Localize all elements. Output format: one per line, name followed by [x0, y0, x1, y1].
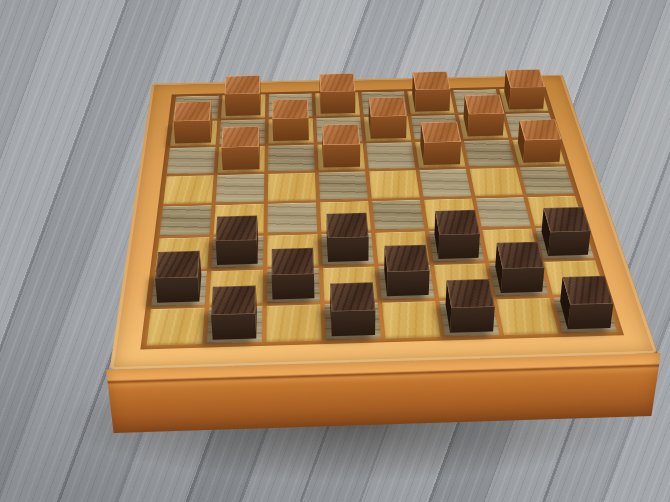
square-g8[interactable] — [453, 89, 501, 113]
cube-face-left — [412, 72, 415, 111]
square-g7[interactable] — [458, 114, 508, 139]
square-h3[interactable] — [536, 227, 595, 259]
square-d7[interactable] — [316, 117, 362, 142]
light-cube-piece[interactable] — [412, 93, 449, 112]
cube-face-front — [387, 271, 430, 296]
cube-face-top — [155, 251, 200, 278]
cube-face-top — [413, 71, 451, 90]
square-d6[interactable] — [317, 144, 365, 171]
dark-cube-piece[interactable] — [272, 272, 314, 300]
cube-face-right — [358, 124, 360, 167]
cube-face-left — [272, 100, 273, 141]
cube-face-right — [260, 76, 261, 116]
square-b6[interactable] — [218, 146, 265, 173]
cube-face-left — [369, 98, 371, 139]
cube-face-right — [308, 99, 309, 140]
square-h8[interactable] — [499, 88, 548, 112]
square-c8[interactable] — [269, 94, 313, 118]
square-f5[interactable] — [419, 169, 471, 197]
dark-cube-piece[interactable] — [560, 300, 610, 329]
cube-face-right — [210, 101, 213, 142]
cube-face-top — [544, 207, 591, 232]
cube-face-front — [568, 303, 614, 329]
square-g1[interactable] — [497, 298, 559, 335]
cube-face-top — [225, 76, 260, 95]
cube-face-left — [322, 125, 323, 168]
square-d8[interactable] — [315, 93, 360, 117]
dark-cube-piece[interactable] — [157, 275, 201, 303]
board-grid — [140, 86, 624, 350]
square-e2[interactable] — [379, 265, 435, 300]
cube-face-front — [225, 93, 261, 116]
cube-face-top — [435, 210, 480, 235]
cube-face-left — [518, 120, 525, 162]
square-h7[interactable] — [506, 113, 557, 138]
square-g4[interactable] — [476, 197, 531, 227]
light-cube-piece[interactable] — [320, 95, 355, 114]
cube-face-front — [221, 147, 259, 170]
cube-face-top — [319, 73, 355, 92]
cube-face-top — [563, 276, 614, 305]
square-b7[interactable] — [219, 120, 265, 145]
light-cube-piece[interactable] — [518, 142, 560, 163]
square-e5[interactable] — [369, 170, 420, 198]
cube-face-front — [415, 89, 450, 111]
dark-cube-piece[interactable] — [542, 230, 588, 255]
cube-face-top — [421, 122, 461, 143]
cube-face-front — [320, 91, 355, 114]
cube-face-top — [216, 216, 258, 242]
dark-cube-piece[interactable] — [495, 266, 542, 293]
light-cube-piece[interactable] — [273, 121, 309, 141]
cube-face-front — [523, 139, 561, 162]
cube-face-left — [464, 96, 469, 137]
square-a2[interactable] — [151, 271, 207, 306]
square-d5[interactable] — [319, 172, 368, 201]
light-cube-piece[interactable] — [504, 91, 543, 110]
dark-cube-piece[interactable] — [217, 239, 258, 265]
cube-face-top — [519, 119, 561, 140]
square-c6[interactable] — [268, 145, 315, 172]
square-g2[interactable] — [489, 262, 548, 296]
square-g6[interactable] — [464, 140, 515, 167]
square-e8[interactable] — [361, 91, 407, 115]
cube-face-left — [504, 70, 510, 109]
square-a4[interactable] — [160, 205, 212, 236]
cube-face-right — [354, 73, 356, 113]
dark-cube-piece[interactable] — [434, 233, 478, 259]
cube-face-front — [323, 144, 360, 167]
square-c1[interactable] — [267, 305, 322, 342]
square-b1[interactable] — [207, 306, 263, 344]
cube-face-top — [369, 97, 407, 117]
square-a6[interactable] — [167, 147, 216, 174]
square-f1[interactable] — [440, 300, 500, 337]
dark-cube-piece[interactable] — [213, 310, 257, 340]
cube-face-front — [509, 87, 545, 109]
cube-face-front — [438, 234, 480, 259]
cube-face-top — [497, 242, 545, 269]
square-d3[interactable] — [321, 233, 374, 266]
square-e1[interactable] — [382, 301, 440, 338]
cube-face-front — [450, 307, 495, 333]
cube-face-top — [173, 101, 211, 121]
square-a8[interactable] — [173, 96, 219, 120]
cube-face-right — [553, 119, 561, 161]
cube-face-right — [259, 126, 260, 169]
cube-face-front — [328, 237, 369, 262]
cube-face-right — [498, 95, 504, 136]
cube-face-front — [371, 116, 407, 139]
cube-face-front — [272, 274, 315, 299]
square-e7[interactable] — [364, 116, 411, 141]
square-c7[interactable] — [268, 118, 313, 143]
dark-cube-piece[interactable] — [446, 303, 493, 332]
square-f6[interactable] — [415, 141, 465, 168]
cube-face-front — [548, 231, 591, 256]
board-box-front — [106, 353, 661, 433]
cube-face-left — [319, 74, 320, 114]
cube-face-front — [424, 142, 462, 165]
square-h5[interactable] — [520, 167, 574, 195]
cube-face-left — [173, 102, 177, 143]
cube-face-front — [155, 277, 199, 302]
dark-cube-piece[interactable] — [384, 269, 428, 296]
square-h6[interactable] — [512, 139, 565, 166]
cube-face-right — [446, 71, 451, 110]
cube-face-top — [465, 95, 505, 115]
checkers-board — [110, 75, 658, 370]
cube-face-right — [538, 69, 545, 108]
cube-face-left — [420, 123, 424, 166]
cube-face-front — [468, 113, 505, 136]
square-h1[interactable] — [554, 296, 617, 333]
cube-face-front — [216, 240, 258, 265]
square-d1[interactable] — [325, 303, 382, 340]
light-cube-piece[interactable] — [420, 144, 460, 165]
light-cube-piece[interactable] — [464, 117, 503, 137]
cube-face-left — [221, 127, 223, 170]
scene — [0, 0, 670, 502]
square-b3[interactable] — [211, 236, 263, 269]
cube-face-top — [506, 69, 545, 87]
cube-face-right — [403, 97, 406, 138]
cube-face-front — [211, 314, 256, 340]
square-b5[interactable] — [216, 174, 265, 203]
dark-cube-piece[interactable] — [330, 307, 375, 337]
dark-cube-piece[interactable] — [327, 236, 369, 262]
cube-face-front — [173, 120, 211, 143]
cube-face-top — [272, 248, 314, 275]
cube-face-top — [330, 282, 375, 311]
square-a1[interactable] — [147, 308, 205, 346]
light-cube-piece[interactable] — [223, 149, 260, 170]
light-cube-piece[interactable] — [175, 123, 212, 143]
cube-face-front — [501, 268, 545, 293]
cube-face-front — [332, 310, 376, 336]
cube-face-top — [327, 213, 369, 238]
square-a5[interactable] — [163, 175, 213, 204]
light-cube-piece[interactable] — [226, 97, 261, 116]
cube-face-top — [447, 279, 495, 308]
square-f8[interactable] — [407, 90, 454, 114]
square-a7[interactable] — [170, 121, 217, 147]
cube-face-left — [225, 76, 227, 116]
square-c4[interactable] — [268, 203, 318, 234]
light-cube-piece[interactable] — [322, 146, 360, 167]
cube-face-right — [456, 122, 461, 164]
light-cube-piece[interactable] — [369, 119, 406, 139]
square-c2[interactable] — [267, 268, 320, 303]
cube-face-top — [322, 124, 360, 145]
square-g5[interactable] — [470, 168, 523, 196]
square-f7[interactable] — [411, 115, 460, 140]
cube-face-top — [385, 245, 430, 272]
cube-face-top — [211, 286, 256, 315]
square-e4[interactable] — [372, 200, 424, 230]
cube-face-front — [272, 118, 308, 141]
square-c5[interactable] — [268, 173, 316, 202]
cube-face-top — [272, 99, 308, 119]
cube-face-top — [221, 126, 259, 147]
square-f3[interactable] — [429, 230, 485, 262]
square-e6[interactable] — [366, 142, 415, 169]
square-b8[interactable] — [221, 95, 265, 119]
